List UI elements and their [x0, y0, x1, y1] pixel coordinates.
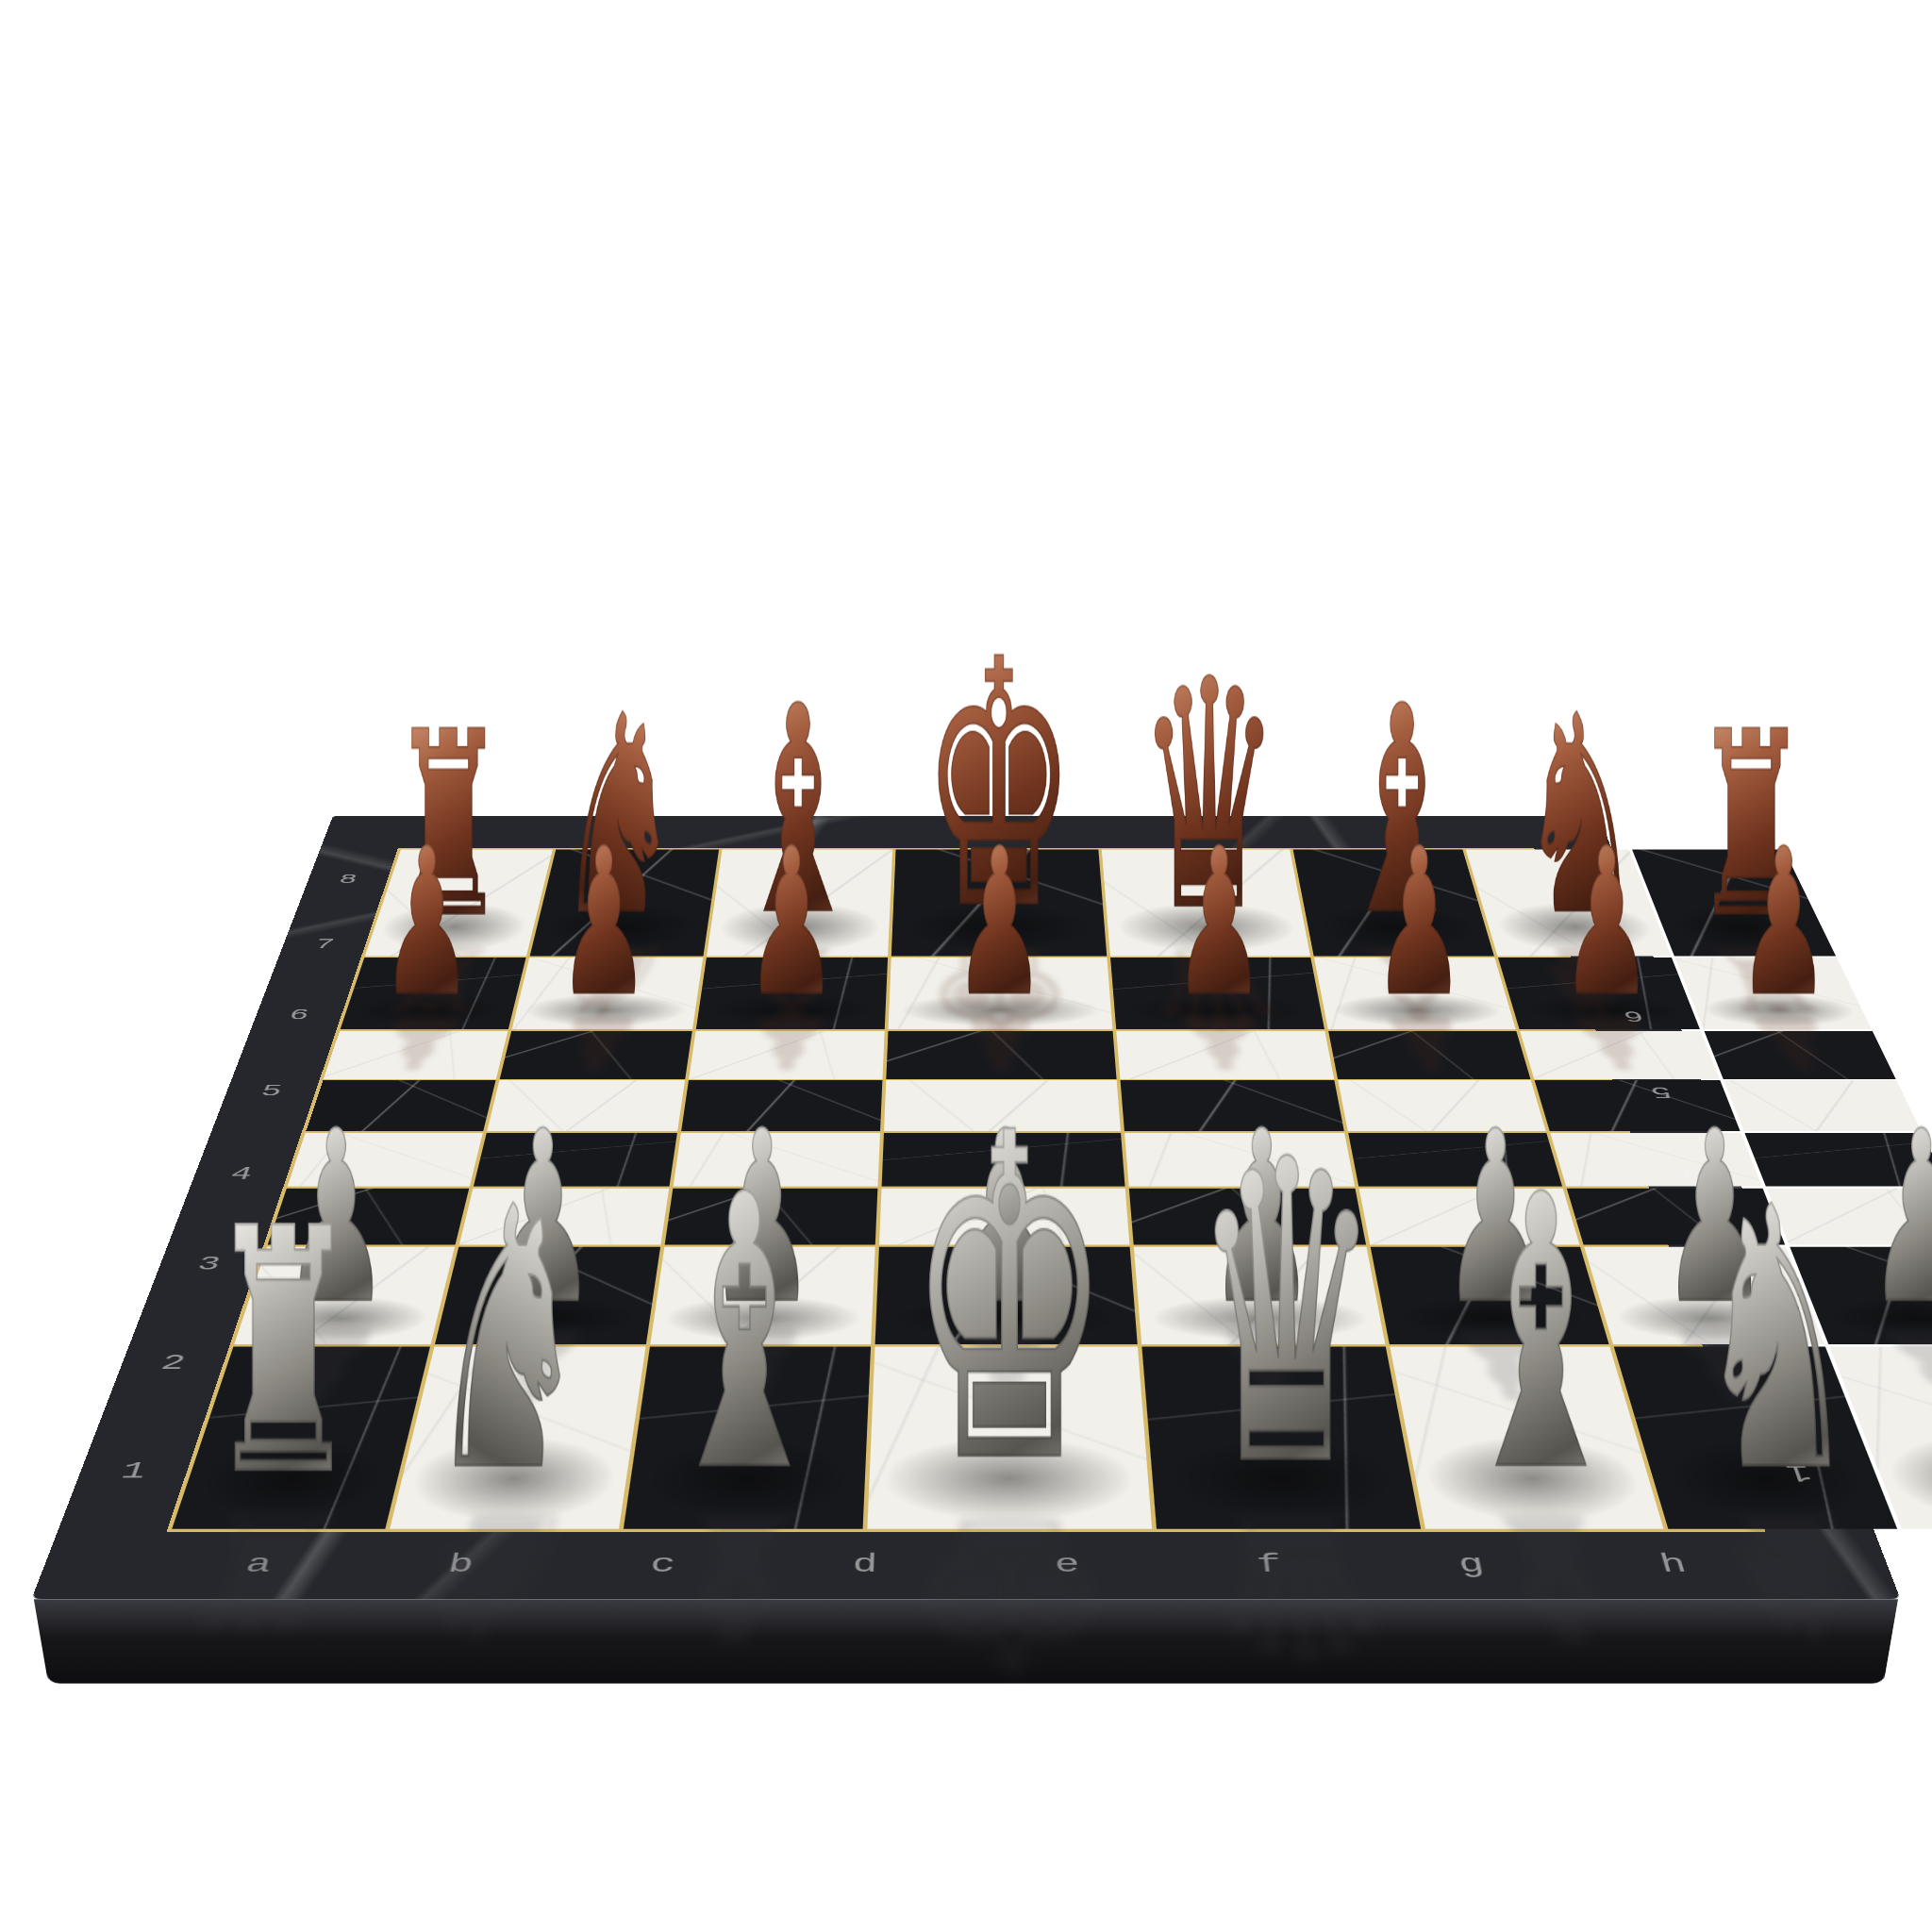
piece-reflection: ♞ — [395, 1495, 590, 1654]
board-grid: ♜♜♞♞♝♝♚♚♛♛♝♝♞♞♜♜♟♟♟♟♟♟♟♟♟♟♟♟♟♟♟♟♟♟♟♟♟♟♟♟… — [166, 848, 1765, 1532]
black-pawn[interactable]: ♟ — [954, 827, 1045, 1019]
square-d1[interactable]: ♚♚ — [867, 1346, 1152, 1528]
product-photo-page: { "game": "chess", "scene": { "type": "o… — [0, 0, 1932, 1932]
black-pawn[interactable]: ♟ — [1560, 827, 1652, 1019]
piece-reflection: ♟ — [1352, 1008, 1502, 1077]
black-pawn[interactable]: ♟ — [1738, 827, 1829, 1019]
piece-reflection: ♛ — [1192, 1494, 1407, 1680]
rank-label-left-6: 6 — [253, 1007, 344, 1024]
rank-label-left-8: 8 — [306, 873, 390, 887]
white-king[interactable]: ♚ — [908, 1088, 1111, 1513]
black-pawn[interactable]: ♟ — [1173, 827, 1264, 1019]
chessboard: ♜♜♞♞♝♝♚♚♛♛♝♝♞♞♜♜♟♟♟♟♟♟♟♟♟♟♟♟♟♟♟♟♟♟♟♟♟♟♟♟… — [31, 816, 1900, 1600]
white-bishop[interactable]: ♝ — [1456, 1156, 1626, 1513]
piece-reflection: ♟ — [528, 1008, 669, 1077]
piece-reflection: ♟ — [1541, 1008, 1691, 1077]
white-bishop[interactable]: ♝ — [659, 1156, 830, 1513]
black-pawn[interactable]: ♟ — [1374, 827, 1465, 1019]
rank-label-left-7: 7 — [280, 937, 368, 952]
piece-reflection: ♚ — [906, 1494, 1119, 1695]
black-pawn[interactable]: ♟ — [745, 827, 837, 1019]
chess-set-scene: ♜♜♞♞♝♝♚♚♛♛♝♝♞♞♜♜♟♟♟♟♟♟♟♟♟♟♟♟♟♟♟♟♟♟♟♟♟♟♟♟… — [0, 0, 1932, 1932]
white-rook[interactable]: ♜ — [1925, 1193, 1932, 1512]
white-rook[interactable]: ♜ — [208, 1193, 360, 1512]
rank-label-left-1: 1 — [75, 1459, 192, 1486]
piece-reflection: ♟ — [718, 1008, 858, 1077]
piece-reflection: ♝ — [641, 1495, 828, 1661]
piece-reflection: ♟ — [350, 1008, 489, 1077]
white-knight[interactable]: ♞ — [425, 1171, 589, 1512]
white-queen[interactable]: ♛ — [1191, 1118, 1380, 1513]
white-pawn[interactable]: ♟ — [1867, 1107, 1932, 1331]
white-knight[interactable]: ♞ — [1695, 1171, 1858, 1512]
black-pawn[interactable]: ♟ — [558, 827, 650, 1019]
black-pawn[interactable]: ♟ — [381, 827, 473, 1019]
